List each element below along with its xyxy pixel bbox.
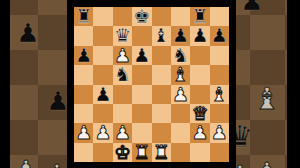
square-c5: ♞ xyxy=(113,65,132,84)
video-frame: ♟♟♟♟ ♟♝♛♟♟ ♜♚♜♛♝♟♟♟♟♟♟♞♞♝♟♟♝♛♟♟♟♟♟♚♜♜ xyxy=(0,0,300,168)
square-h2: ♟ xyxy=(210,123,229,142)
square-d3 xyxy=(132,104,151,123)
bg-piece-white-pawn: ♟ xyxy=(45,161,68,168)
background-square xyxy=(250,50,285,85)
square-b3 xyxy=(93,104,112,123)
square-b5 xyxy=(93,65,112,84)
square-e8 xyxy=(152,7,171,26)
square-c2: ♟ xyxy=(113,123,132,142)
square-e3 xyxy=(152,104,171,123)
square-a1 xyxy=(74,143,93,162)
square-g3: ♛ xyxy=(190,104,209,123)
background-square xyxy=(38,15,68,50)
square-h3 xyxy=(210,104,229,123)
bg-piece-white-bishop: ♝ xyxy=(254,84,281,114)
square-d5 xyxy=(132,65,151,84)
piece-black-knight: ♞ xyxy=(114,65,131,84)
background-strip-left: ♟♟♟♟ xyxy=(0,0,68,168)
square-h6 xyxy=(210,46,229,65)
square-a6: ♟ xyxy=(74,46,93,65)
background-square xyxy=(235,85,250,120)
piece-white-bishop: ♝ xyxy=(172,65,189,84)
square-g5 xyxy=(190,65,209,84)
square-c7: ♛ xyxy=(113,26,132,45)
square-c6: ♟ xyxy=(113,46,132,65)
square-f7: ♟ xyxy=(171,26,190,45)
square-c4 xyxy=(113,85,132,104)
piece-black-queen: ♛ xyxy=(114,26,131,45)
square-a3 xyxy=(74,104,93,123)
background-square xyxy=(38,0,68,15)
background-square xyxy=(38,120,68,155)
square-d4 xyxy=(132,85,151,104)
piece-white-queen: ♛ xyxy=(191,104,208,123)
chess-board-frame: ♜♚♜♛♝♟♟♟♟♟♟♞♞♝♟♟♝♛♟♟♟♟♟♚♜♜ xyxy=(67,0,236,168)
background-square xyxy=(235,15,250,50)
square-c3 xyxy=(113,104,132,123)
square-h1 xyxy=(210,143,229,162)
background-square xyxy=(10,50,38,85)
square-h7: ♟ xyxy=(210,26,229,45)
square-e2 xyxy=(152,123,171,142)
bg-piece-black-pawn: ♟ xyxy=(16,20,39,46)
square-g7: ♟ xyxy=(190,26,209,45)
bg-piece-white-pawn: ♟ xyxy=(255,159,278,168)
piece-black-pawn: ♟ xyxy=(191,26,208,45)
bg-piece-black-pawn: ♟ xyxy=(46,88,68,114)
square-f5: ♝ xyxy=(171,65,190,84)
bg-piece-white-pawn: ♟ xyxy=(235,162,252,168)
square-g6 xyxy=(190,46,209,65)
piece-white-rook: ♜ xyxy=(153,143,170,162)
piece-black-rook: ♜ xyxy=(191,7,208,26)
piece-black-pawn: ♟ xyxy=(211,26,228,45)
square-b7 xyxy=(93,26,112,45)
square-a5 xyxy=(74,65,93,84)
piece-black-rook: ♜ xyxy=(75,7,92,26)
piece-black-pawn: ♟ xyxy=(172,26,189,45)
square-b4: ♟ xyxy=(93,85,112,104)
square-f1 xyxy=(171,143,190,162)
piece-white-pawn: ♟ xyxy=(75,123,92,142)
square-f6: ♞ xyxy=(171,46,190,65)
square-g8: ♜ xyxy=(190,7,209,26)
square-h8 xyxy=(210,7,229,26)
square-e1: ♜ xyxy=(152,143,171,162)
background-square xyxy=(10,85,38,120)
square-d6: ♟ xyxy=(132,46,151,65)
bg-piece-white-pawn: ♟ xyxy=(14,157,37,168)
square-c8 xyxy=(113,7,132,26)
piece-white-pawn: ♟ xyxy=(191,123,208,142)
background-square xyxy=(10,120,38,155)
square-f3 xyxy=(171,104,190,123)
piece-white-pawn: ♟ xyxy=(211,123,228,142)
square-b2: ♟ xyxy=(93,123,112,142)
square-a4 xyxy=(74,85,93,104)
square-g4 xyxy=(190,85,209,104)
piece-black-pawn: ♟ xyxy=(75,46,92,65)
square-f2 xyxy=(171,123,190,142)
piece-black-king: ♚ xyxy=(133,7,150,26)
square-e5 xyxy=(152,65,171,84)
background-square xyxy=(235,50,250,85)
piece-black-pawn: ♟ xyxy=(133,46,150,65)
square-e7: ♝ xyxy=(152,26,171,45)
square-g2: ♟ xyxy=(190,123,209,142)
square-d1: ♜ xyxy=(132,143,151,162)
piece-white-pawn: ♟ xyxy=(172,85,189,104)
piece-white-pawn: ♟ xyxy=(114,46,131,65)
piece-white-rook: ♜ xyxy=(133,143,150,162)
piece-black-knight: ♞ xyxy=(172,46,189,65)
piece-white-pawn: ♟ xyxy=(95,123,112,142)
bg-piece-black-pawn: ♟ xyxy=(240,0,263,14)
square-d8: ♚ xyxy=(132,7,151,26)
background-square xyxy=(250,120,285,155)
square-a2: ♟ xyxy=(74,123,93,142)
square-b1 xyxy=(93,143,112,162)
square-a8: ♜ xyxy=(74,7,93,26)
square-g1 xyxy=(190,143,209,162)
background-square xyxy=(38,50,68,85)
piece-black-bishop: ♝ xyxy=(153,26,170,45)
square-d7 xyxy=(132,26,151,45)
background-square xyxy=(250,15,285,50)
square-f4: ♟ xyxy=(171,85,190,104)
square-h4: ♝ xyxy=(210,85,229,104)
background-strip-right: ♟♝♛♟♟ xyxy=(235,0,300,168)
square-b6 xyxy=(93,46,112,65)
square-c1: ♚ xyxy=(113,143,132,162)
background-square xyxy=(10,0,38,15)
bg-piece-black-queen: ♛ xyxy=(235,122,253,152)
chess-board: ♜♚♜♛♝♟♟♟♟♟♟♞♞♝♟♟♝♛♟♟♟♟♟♚♜♜ xyxy=(74,7,229,162)
square-e4 xyxy=(152,85,171,104)
background-gutter-right xyxy=(287,0,300,168)
square-a7 xyxy=(74,26,93,45)
square-e6 xyxy=(152,46,171,65)
square-b8 xyxy=(93,7,112,26)
square-d2 xyxy=(132,123,151,142)
piece-white-bishop: ♝ xyxy=(211,85,228,104)
square-h5 xyxy=(210,65,229,84)
square-f8 xyxy=(171,7,190,26)
piece-black-pawn: ♟ xyxy=(95,85,112,104)
piece-white-king: ♚ xyxy=(114,143,131,162)
piece-white-pawn: ♟ xyxy=(114,123,131,142)
